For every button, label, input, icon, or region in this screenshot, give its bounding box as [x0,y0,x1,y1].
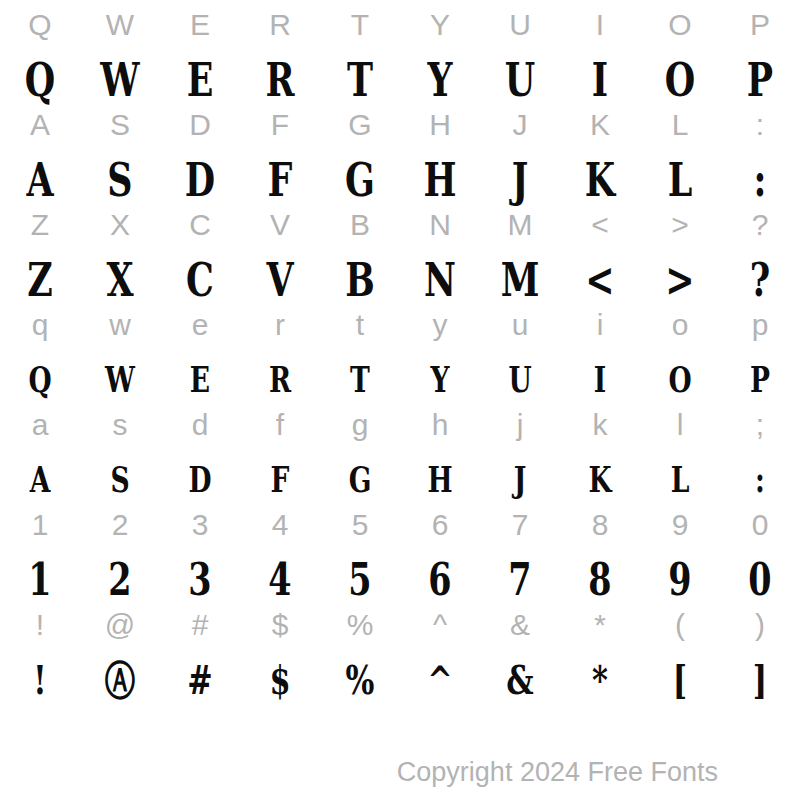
key-label: d [160,408,240,442]
key-label: G [320,108,400,142]
key-label: y [400,308,480,342]
key-label-row: 1234567890 [0,508,800,542]
key-label: 8 [560,508,640,542]
key-label-row: QWERTYUIOP [0,8,800,42]
key-label: < [560,208,640,242]
specimen-band-uppercase-row3: ZXCVBNM<>? ZXCVBNM<>? [0,206,800,306]
key-label: B [320,208,400,242]
font-glyph: Q [10,56,71,104]
font-glyph: 6 [410,556,471,604]
font-glyph: M [490,256,551,304]
font-glyph: I [570,56,631,104]
font-specimen-page: QWERTYUIOP QWERTYUIOP ASDFGHJKL: ASDFGHJ… [0,0,800,800]
character-map: QWERTYUIOP QWERTYUIOP ASDFGHJKL: ASDFGHJ… [0,6,800,706]
key-label: ! [0,608,80,642]
glyph-row: 1234567890 [0,556,800,604]
font-glyph: > [650,256,711,304]
font-glyph: R [250,56,311,104]
key-label: ^ [400,608,480,642]
key-label: K [560,108,640,142]
glyph-row: ZXCVBNM<>? [0,256,800,304]
font-glyph: 4 [250,556,311,604]
font-glyph: $ [250,656,311,704]
font-glyph: < [570,256,631,304]
key-label: I [560,8,640,42]
font-glyph: E [170,56,231,104]
font-glyph: K [570,456,631,504]
font-glyph: : [730,156,791,204]
key-label: & [480,608,560,642]
font-glyph: V [250,256,311,304]
font-glyph: P [730,356,791,404]
font-glyph: ? [730,256,791,304]
key-label: f [240,408,320,442]
key-label: a [0,408,80,442]
key-label: 9 [640,508,720,542]
font-glyph: R [250,356,311,404]
key-label: s [80,408,160,442]
key-label: D [160,108,240,142]
key-label: l [640,408,720,442]
key-label: A [0,108,80,142]
font-glyph: F [250,156,311,204]
font-glyph: P [730,56,791,104]
key-label-row: ZXCVBNM<>? [0,208,800,242]
key-label: 6 [400,508,480,542]
key-label: L [640,108,720,142]
font-glyph: T [330,56,391,104]
font-glyph: U [490,56,551,104]
key-label: : [720,108,800,142]
font-glyph: # [170,656,231,704]
key-label: * [560,608,640,642]
font-glyph: L [650,456,711,504]
font-glyph: [ [650,656,711,704]
key-label: 5 [320,508,400,542]
font-glyph: Y [410,356,471,404]
key-label: 4 [240,508,320,542]
font-glyph: N [410,256,471,304]
key-label: F [240,108,320,142]
specimen-band-symbols: !@#$%^&*() !Ⓐ#$%^&*[] [0,606,800,706]
key-label: ) [720,608,800,642]
font-glyph: D [170,156,231,204]
key-label-row: asdfghjkl; [0,408,800,442]
font-glyph: D [170,456,231,504]
key-label-row: !@#$%^&*() [0,608,800,642]
font-glyph: 3 [170,556,231,604]
key-label-row: ASDFGHJKL: [0,108,800,142]
key-label: J [480,108,560,142]
font-glyph: % [330,656,391,704]
copyright-text: Copyright 2024 Free Fonts [397,757,718,787]
font-glyph: 9 [650,556,711,604]
font-glyph: & [490,656,551,704]
font-glyph: C [170,256,231,304]
key-label: E [160,8,240,42]
font-glyph: Z [10,256,71,304]
key-label: 2 [80,508,160,542]
font-glyph: * [570,656,631,704]
key-label: ; [720,408,800,442]
key-label: j [480,408,560,442]
font-glyph: T [330,356,391,404]
specimen-band-digits: 1234567890 1234567890 [0,506,800,606]
font-glyph: G [330,156,391,204]
key-label: @ [80,608,160,642]
font-glyph: U [490,356,551,404]
font-glyph: A [10,456,71,504]
key-label: R [240,8,320,42]
font-glyph: G [330,456,391,504]
font-glyph: A [10,156,71,204]
key-label: > [640,208,720,242]
specimen-band-lowercase-row2: asdfghjkl; ASDFGHJKL: [0,406,800,506]
key-label: M [480,208,560,242]
font-glyph: Ⓐ [90,656,151,704]
key-label: $ [240,608,320,642]
glyph-row: QWERTYUIOP [0,56,800,104]
key-label: k [560,408,640,442]
font-glyph: 0 [730,556,791,604]
font-glyph: J [490,156,551,204]
font-glyph: S [90,156,151,204]
key-label: P [720,8,800,42]
key-label: r [240,308,320,342]
font-glyph: ] [730,656,791,704]
key-label: % [320,608,400,642]
font-glyph: 5 [330,556,391,604]
font-glyph: E [170,356,231,404]
font-glyph: Y [410,56,471,104]
font-glyph: F [250,456,311,504]
font-glyph: L [650,156,711,204]
key-label: i [560,308,640,342]
font-glyph: B [330,256,391,304]
font-glyph: O [650,356,711,404]
key-label: g [320,408,400,442]
glyph-row: ASDFGHJKL: [0,456,800,504]
specimen-band-lowercase-row1: qwertyuiop QWERTYUIOP [0,306,800,406]
font-glyph: H [410,156,471,204]
key-label: w [80,308,160,342]
specimen-band-uppercase-row2: ASDFGHJKL: ASDFGHJKL: [0,106,800,206]
font-glyph: W [90,56,151,104]
key-label: 1 [0,508,80,542]
key-label: Q [0,8,80,42]
specimen-band-uppercase-row1: QWERTYUIOP QWERTYUIOP [0,6,800,106]
key-label-row: qwertyuiop [0,308,800,342]
key-label: t [320,308,400,342]
key-label: O [640,8,720,42]
font-glyph: 1 [10,556,71,604]
font-glyph: S [90,456,151,504]
font-glyph: ! [10,656,71,704]
key-label: u [480,308,560,342]
font-glyph: J [490,456,551,504]
key-label: o [640,308,720,342]
glyph-row: ASDFGHJKL: [0,156,800,204]
font-glyph: ^ [410,656,471,704]
key-label: Z [0,208,80,242]
key-label: p [720,308,800,342]
key-label: ( [640,608,720,642]
key-label: T [320,8,400,42]
font-glyph: W [90,356,151,404]
font-glyph: 8 [570,556,631,604]
key-label: # [160,608,240,642]
key-label: Y [400,8,480,42]
key-label: e [160,308,240,342]
key-label: C [160,208,240,242]
key-label: N [400,208,480,242]
key-label: W [80,8,160,42]
key-label: q [0,308,80,342]
font-glyph: K [570,156,631,204]
key-label: X [80,208,160,242]
font-glyph: Q [10,356,71,404]
font-glyph: I [570,356,631,404]
font-glyph: 7 [490,556,551,604]
key-label: 7 [480,508,560,542]
font-glyph: H [410,456,471,504]
font-glyph: : [730,456,791,504]
key-label: 3 [160,508,240,542]
font-glyph: 2 [90,556,151,604]
font-glyph: X [90,256,151,304]
key-label: S [80,108,160,142]
key-label: 0 [720,508,800,542]
font-glyph: O [650,56,711,104]
glyph-row: QWERTYUIOP [0,356,800,404]
key-label: H [400,108,480,142]
key-label: V [240,208,320,242]
key-label: U [480,8,560,42]
glyph-row: !Ⓐ#$%^&*[] [0,656,800,704]
key-label: h [400,408,480,442]
key-label: ? [720,208,800,242]
